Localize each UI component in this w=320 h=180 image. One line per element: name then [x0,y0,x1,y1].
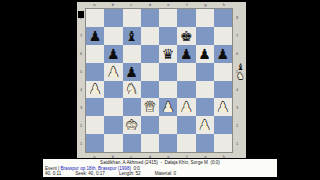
square-g3[interactable] [196,98,214,116]
square-b1[interactable] [104,134,122,152]
rank-label-5: 5 [78,62,84,80]
rank-label-6: 6 [234,44,240,62]
square-d5[interactable] [141,63,159,81]
square-d2[interactable] [141,116,159,134]
square-a3[interactable] [86,98,104,116]
square-f1[interactable] [177,134,195,152]
square-a4[interactable]: ♟ [86,81,104,99]
square-e3[interactable]: ♟ [159,98,177,116]
square-g6[interactable]: ♟ [196,45,214,63]
file-label-c: c [122,2,141,7]
rank-label-7: 7 [234,26,240,44]
square-d4[interactable] [141,81,159,99]
white-king: ♚ [125,118,138,132]
square-e5[interactable] [159,63,177,81]
rank-label-2: 2 [234,117,240,135]
white-pawn: ♟ [180,100,193,114]
square-c2[interactable]: ♚ [123,116,141,134]
stat-seek: Seek: 40, 0:17 [75,171,105,177]
square-a7[interactable]: ♟ [86,27,104,45]
square-e6[interactable]: ♛ [159,45,177,63]
square-h8[interactable] [214,9,232,27]
file-label-e: e [159,2,178,7]
white-knight-icon: ♞ [236,72,244,81]
white-pawn: ♟ [89,82,102,96]
square-e2[interactable] [159,116,177,134]
event-link[interactable]: Brasspur op 18th, Brasspur (1998) [61,166,131,171]
event-label: Event | [45,166,61,171]
white-pawn: ♟ [107,64,120,78]
rank-label-4: 4 [78,81,84,99]
square-h5[interactable] [214,63,232,81]
black-pawn: ♟ [107,46,120,60]
square-e1[interactable] [159,134,177,152]
file-label-h: h [215,2,234,7]
square-g7[interactable] [196,27,214,45]
square-h2[interactable] [214,116,232,134]
square-h3[interactable]: ♟ [214,98,232,116]
stat-material: Material: 0 [155,171,176,177]
white-pawn: ♟ [162,100,175,114]
file-label-g: g [196,2,215,7]
event-clock: 0:0 [131,166,140,171]
square-a8[interactable] [86,9,104,27]
rank-label-1: 1 [78,135,84,153]
square-d6[interactable] [141,45,159,63]
square-c1[interactable] [123,134,141,152]
white-pawn: ♟ [198,118,211,132]
file-label-a: a [85,2,104,7]
square-b8[interactable] [104,9,122,27]
square-f6[interactable]: ♟ [177,45,195,63]
square-f8[interactable] [177,9,195,27]
square-c4[interactable]: ♞ [123,81,141,99]
black-pawn: ♟ [89,28,102,42]
white-pawn: ♟ [217,100,230,114]
rank-label-2: 2 [78,117,84,135]
square-f7[interactable]: ♚ [177,27,195,45]
square-e8[interactable] [159,9,177,27]
square-h4[interactable] [214,81,232,99]
black-pawn: ♟ [180,46,193,60]
square-f2[interactable] [177,116,195,134]
square-c6[interactable] [123,45,141,63]
square-f4[interactable] [177,81,195,99]
black-king: ♚ [180,28,193,42]
square-b5[interactable]: ♟ [104,63,122,81]
square-h1[interactable] [214,134,232,152]
square-a6[interactable] [86,45,104,63]
rank-label-7: 7 [78,26,84,44]
square-g4[interactable] [196,81,214,99]
rank-label-8: 8 [234,8,240,26]
white-queen: ♛ [144,100,157,114]
square-b2[interactable] [104,116,122,134]
square-d8[interactable] [141,9,159,27]
square-f3[interactable]: ♟ [177,98,195,116]
square-c8[interactable] [123,9,141,27]
stat-length: Length: 52 [119,171,141,177]
square-c7[interactable]: ♝ [123,27,141,45]
square-d7[interactable] [141,27,159,45]
square-c5[interactable]: ♟ [123,63,141,81]
rank-label-3: 3 [234,99,240,117]
square-b6[interactable]: ♟ [104,45,122,63]
stat-40: 40. 0:11 [45,171,61,177]
square-c3[interactable] [123,98,141,116]
square-d3[interactable]: ♛ [141,98,159,116]
square-h6[interactable]: ♟ [214,45,232,63]
chess-board[interactable]: ♟♝♚♟♛♟♟♟♟♟♟♞♛♟♟♟♚♟ [85,8,233,153]
square-g8[interactable] [196,9,214,27]
file-labels-top: abcdefgh [85,2,233,7]
rank-label-3: 3 [78,99,84,117]
white-knight: ♞ [125,82,138,96]
black-pawn: ♟ [125,64,138,78]
rank-labels-left: 87654321 [78,8,84,153]
square-a1[interactable] [86,134,104,152]
square-b3[interactable] [104,98,122,116]
black-queen: ♛ [162,46,175,60]
black-bishop: ♝ [125,28,138,42]
square-b7[interactable] [104,27,122,45]
file-label-d: d [141,2,160,7]
square-b4[interactable] [104,81,122,99]
square-g2[interactable]: ♟ [196,116,214,134]
file-label-f: f [178,2,197,7]
square-e4[interactable] [159,81,177,99]
black-pawn: ♟ [217,46,230,60]
rank-label-4: 4 [234,81,240,99]
square-a2[interactable] [86,116,104,134]
game-caption: Saidikhan, A Akhmed (2415) - Dalaja Khin… [43,159,277,177]
square-d1[interactable] [141,134,159,152]
square-g5[interactable] [196,63,214,81]
rank-label-6: 6 [78,44,84,62]
square-f5[interactable] [177,63,195,81]
file-label-b: b [104,2,123,7]
square-e7[interactable] [159,27,177,45]
black-to-move-indicator [78,11,84,18]
square-h7[interactable] [214,27,232,45]
black-pawn: ♟ [198,46,211,60]
square-a5[interactable] [86,63,104,81]
rank-label-1: 1 [234,135,240,153]
stats-line: 40. 0:11Seek: 40, 0:17Length: 52Material… [43,171,277,177]
material-tray: ♝♞ [235,63,246,81]
square-g1[interactable] [196,134,214,152]
